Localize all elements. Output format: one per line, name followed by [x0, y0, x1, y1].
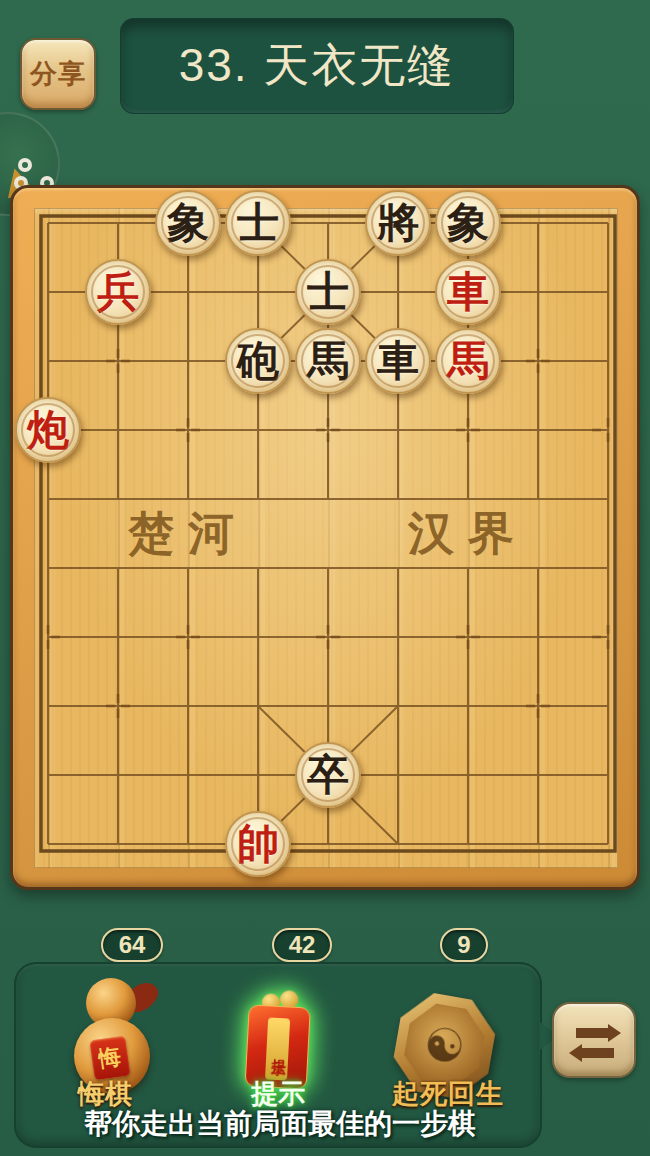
piece-red-帥[interactable]: 帥	[225, 811, 291, 877]
undo-count-badge: 64	[101, 928, 163, 962]
puzzle-title-bar: 33. 天衣无缝	[120, 18, 514, 114]
piece-black-將[interactable]: 將	[365, 190, 431, 256]
revive-count-badge: 9	[440, 928, 488, 962]
piece-red-炮[interactable]: 炮	[15, 397, 81, 463]
river-label-left: 楚河	[78, 506, 298, 562]
flip-board-button swap-arrows-icon[interactable]	[552, 1002, 636, 1078]
piece-black-車[interactable]: 車	[365, 328, 431, 394]
hint-count-badge: 42	[272, 928, 332, 962]
piece-red-車[interactable]: 車	[435, 259, 501, 325]
share-button[interactable]: 分享	[20, 38, 96, 110]
pouch-label: 提示	[265, 1017, 290, 1080]
puzzle-title: 33. 天衣无缝	[179, 35, 456, 97]
xiangqi-board: 楚河 汉界 象士將象兵士車砲馬車馬炮卒帥	[10, 185, 640, 890]
piece-red-馬[interactable]: 馬	[435, 328, 501, 394]
piece-red-兵[interactable]: 兵	[85, 259, 151, 325]
swap-arrow-left	[582, 1048, 614, 1058]
piece-black-士[interactable]: 士	[225, 190, 291, 256]
gourd-seal: 悔	[89, 1036, 130, 1081]
river-label-right: 汉界	[358, 506, 578, 562]
piece-black-士[interactable]: 士	[295, 259, 361, 325]
share-button-label: 分享	[30, 56, 86, 92]
piece-black-象[interactable]: 象	[155, 190, 221, 256]
piece-black-馬[interactable]: 馬	[295, 328, 361, 394]
hint-caption: 帮你走出当前局面最佳的一步棋	[20, 1106, 540, 1142]
piece-black-象[interactable]: 象	[435, 190, 501, 256]
board-field[interactable]: 楚河 汉界 象士將象兵士車砲馬車馬炮卒帥	[34, 208, 618, 868]
piece-black-卒[interactable]: 卒	[295, 742, 361, 808]
swap-arrow-right	[576, 1028, 608, 1038]
piece-black-砲[interactable]: 砲	[225, 328, 291, 394]
